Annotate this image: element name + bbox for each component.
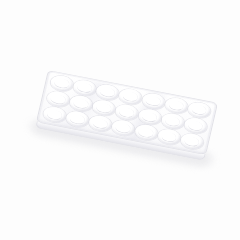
mold-tray [34, 70, 218, 162]
mold-cavity [72, 78, 97, 97]
mold-cavity [187, 101, 212, 120]
mold-cavity [114, 103, 139, 122]
mold-cavity [134, 123, 159, 142]
mold-cavity [111, 119, 136, 138]
mold-cavity [179, 132, 204, 151]
mold-cavity [157, 128, 182, 147]
mold-cavity [69, 94, 94, 113]
mold-cavity [164, 96, 189, 115]
mold-cavity [49, 74, 74, 93]
scene-background [0, 0, 240, 240]
mold-cavity [137, 108, 162, 127]
mold-cavity [46, 90, 71, 109]
mold-cavity [91, 99, 116, 118]
mold-cavity [65, 110, 90, 129]
mold-cavity [160, 112, 185, 131]
mold-cavity [183, 116, 208, 135]
mold-cavity [88, 114, 113, 133]
mold-cavity [141, 92, 166, 111]
mold-cavity [95, 83, 120, 102]
mold-cavity [118, 87, 143, 106]
mold-cavity [42, 105, 67, 124]
